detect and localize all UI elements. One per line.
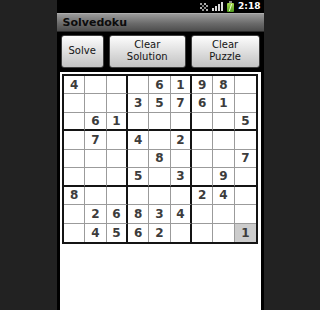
sudoku-cell[interactable]: 2: [149, 224, 170, 242]
sudoku-cell[interactable]: [149, 168, 170, 186]
sudoku-cell[interactable]: 6: [149, 76, 170, 94]
sudoku-cell[interactable]: [85, 76, 106, 94]
sudoku-cell[interactable]: [149, 113, 170, 131]
sudoku-cell[interactable]: 1: [235, 224, 256, 242]
sudoku-cell[interactable]: 2: [192, 187, 213, 205]
sudoku-cell[interactable]: [192, 205, 213, 223]
sudoku-cell[interactable]: [128, 187, 149, 205]
sudoku-cell[interactable]: [235, 76, 256, 94]
sudoku-cell[interactable]: 6: [128, 224, 149, 242]
sudoku-cell[interactable]: [235, 131, 256, 149]
status-clock: 2:18: [238, 0, 260, 13]
sudoku-cell[interactable]: [64, 150, 85, 168]
sudoku-cell[interactable]: 4: [128, 131, 149, 149]
sudoku-cell[interactable]: [192, 113, 213, 131]
board-panel: 4619835761615742875398242683445621: [60, 72, 261, 310]
sudoku-cell[interactable]: [85, 187, 106, 205]
sudoku-cell[interactable]: [64, 113, 85, 131]
sudoku-cell[interactable]: [85, 150, 106, 168]
sudoku-cell[interactable]: 6: [85, 113, 106, 131]
sudoku-cell[interactable]: [107, 131, 128, 149]
sudoku-cell[interactable]: 1: [171, 76, 192, 94]
sudoku-cell[interactable]: 5: [149, 94, 170, 112]
sudoku-cell[interactable]: 1: [107, 113, 128, 131]
clear-solution-button[interactable]: Clear Solution: [109, 35, 186, 68]
phone-screen: 2:18 Solvedoku Solve Clear Solution Clea…: [57, 0, 264, 310]
sudoku-cell[interactable]: [64, 131, 85, 149]
sudoku-cell[interactable]: 5: [235, 113, 256, 131]
sudoku-cell[interactable]: 3: [149, 205, 170, 223]
sudoku-cell[interactable]: 7: [171, 94, 192, 112]
sudoku-cell[interactable]: 8: [213, 76, 234, 94]
sudoku-cell[interactable]: 8: [128, 205, 149, 223]
sudoku-cell[interactable]: 3: [171, 168, 192, 186]
sudoku-cell[interactable]: 6: [107, 205, 128, 223]
sudoku-cell[interactable]: [149, 187, 170, 205]
sudoku-cell[interactable]: [213, 131, 234, 149]
sudoku-cell[interactable]: [107, 168, 128, 186]
sudoku-cell[interactable]: [192, 224, 213, 242]
sudoku-cell[interactable]: [107, 187, 128, 205]
sudoku-cell[interactable]: [128, 76, 149, 94]
sudoku-cell[interactable]: [64, 168, 85, 186]
toolbar: Solve Clear Solution Clear Puzzle: [57, 32, 264, 70]
sudoku-cell[interactable]: 8: [64, 187, 85, 205]
sudoku-cell[interactable]: [85, 168, 106, 186]
sudoku-cell[interactable]: 7: [235, 150, 256, 168]
app-title: Solvedoku: [63, 16, 127, 29]
sudoku-cell[interactable]: [192, 168, 213, 186]
sudoku-cell[interactable]: 4: [171, 205, 192, 223]
sudoku-cell[interactable]: [128, 113, 149, 131]
status-bar: 2:18: [57, 0, 264, 13]
sudoku-cell[interactable]: [64, 205, 85, 223]
sudoku-cell[interactable]: [213, 224, 234, 242]
sudoku-cell[interactable]: [235, 94, 256, 112]
sudoku-cell[interactable]: [171, 150, 192, 168]
battery-charging-icon: [227, 3, 234, 12]
sudoku-cell[interactable]: [107, 150, 128, 168]
sudoku-cell[interactable]: [235, 205, 256, 223]
clear-puzzle-button[interactable]: Clear Puzzle: [191, 35, 260, 68]
sudoku-cell[interactable]: [171, 224, 192, 242]
sudoku-cell[interactable]: 3: [128, 94, 149, 112]
sudoku-cell[interactable]: 8: [149, 150, 170, 168]
sudoku-cell[interactable]: 4: [85, 224, 106, 242]
sudoku-cell[interactable]: 2: [171, 131, 192, 149]
sudoku-cell[interactable]: [192, 131, 213, 149]
sudoku-cell[interactable]: [213, 150, 234, 168]
title-bar: Solvedoku: [57, 13, 264, 32]
sudoku-cell[interactable]: [235, 168, 256, 186]
sudoku-cell[interactable]: [85, 94, 106, 112]
sudoku-cell[interactable]: 5: [128, 168, 149, 186]
sudoku-cell[interactable]: [107, 76, 128, 94]
sudoku-cell[interactable]: [235, 187, 256, 205]
sudoku-cell[interactable]: 9: [192, 76, 213, 94]
sudoku-cell[interactable]: [171, 187, 192, 205]
sudoku-cell[interactable]: 2: [85, 205, 106, 223]
sudoku-cell[interactable]: 1: [213, 94, 234, 112]
usb-debug-icon: [200, 3, 208, 11]
sudoku-cell[interactable]: [213, 205, 234, 223]
sudoku-cell[interactable]: [171, 113, 192, 131]
sudoku-cell[interactable]: 7: [85, 131, 106, 149]
sudoku-cell[interactable]: [149, 131, 170, 149]
sudoku-cell[interactable]: 9: [213, 168, 234, 186]
signal-strength-icon: [212, 2, 223, 11]
sudoku-cell[interactable]: [64, 224, 85, 242]
sudoku-cell[interactable]: [107, 94, 128, 112]
sudoku-cell[interactable]: [128, 150, 149, 168]
solve-button[interactable]: Solve: [61, 35, 104, 68]
sudoku-cell[interactable]: 6: [192, 94, 213, 112]
sudoku-cell[interactable]: 4: [213, 187, 234, 205]
sudoku-grid[interactable]: 4619835761615742875398242683445621: [62, 74, 258, 244]
sudoku-cell[interactable]: 5: [107, 224, 128, 242]
sudoku-cell[interactable]: 4: [64, 76, 85, 94]
sudoku-cell[interactable]: [213, 113, 234, 131]
sudoku-cell[interactable]: [64, 94, 85, 112]
sudoku-cell[interactable]: [192, 150, 213, 168]
